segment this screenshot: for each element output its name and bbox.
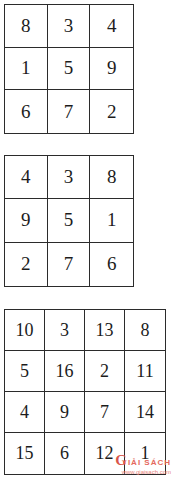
grid-cell: 5 [48,48,91,91]
grid-cell: 6 [45,433,85,474]
grid-cell: 9 [90,48,133,91]
grid-cell: 4 [90,5,133,48]
grid-cell: 15 [5,433,45,474]
grid-cell: 12 [85,433,125,474]
grid-cell: 1 [90,199,133,242]
grid-cell: 8 [5,5,48,48]
grid-cell: 3 [48,156,91,199]
grid-cell: 3 [48,5,91,48]
grid-cell: 2 [5,243,48,286]
grid-cell: 13 [85,310,125,351]
grid-cell: 5 [48,199,91,242]
grid-cell: 4 [5,392,45,433]
magic-square-grid-middle: 438951276 [4,155,134,287]
grid-cell: 9 [45,392,85,433]
grid-cell: 5 [5,351,45,392]
grid-cell: 6 [5,90,48,133]
grid-cell: 2 [90,90,133,133]
grid-cell: 7 [48,243,91,286]
magic-square-grid-bottom: 10313851621149714156121 [4,309,166,475]
grid-cell: 7 [85,392,125,433]
grid-cell: 6 [90,243,133,286]
grid-cell: 11 [125,351,165,392]
grid-cell: 3 [45,310,85,351]
grid-cell: 4 [5,156,48,199]
grid-cell: 9 [5,199,48,242]
grid-cell: 2 [85,351,125,392]
grid-cell: 16 [45,351,85,392]
grid-cell: 1 [5,48,48,91]
grid-cell: 10 [5,310,45,351]
grid-cell: 14 [125,392,165,433]
grid-cell: 1 [125,433,165,474]
grid-cell: 8 [125,310,165,351]
grid-cell: 7 [48,90,91,133]
grid-cell: 8 [90,156,133,199]
magic-square-grid-top: 834159672 [4,4,134,134]
